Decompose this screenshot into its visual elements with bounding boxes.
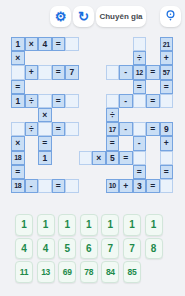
tray-tile-3-1-value-11[interactable]: 11	[15, 261, 33, 283]
cell-r11c12[interactable]	[160, 179, 174, 193]
cell-r9c6[interactable]	[79, 151, 93, 165]
tray-tile-1-3-value-1[interactable]: 1	[58, 214, 76, 236]
cell-r4c7	[92, 80, 106, 94]
cell-r1c2: ×	[25, 37, 39, 51]
cell-r1c1: 1	[11, 37, 25, 51]
cell-r10c3	[38, 165, 52, 179]
lightbulb-icon	[164, 8, 177, 26]
cell-r7c6	[79, 122, 93, 136]
cell-r6c1	[11, 108, 25, 122]
cell-r3c12: 57	[160, 65, 174, 79]
cell-r9c2	[25, 151, 39, 165]
cell-r2c7	[92, 51, 106, 65]
cell-r2c2	[25, 51, 39, 65]
cell-r11c9: +	[119, 179, 133, 193]
cell-r1c5[interactable]	[65, 37, 79, 51]
tray-row-3: 111369788485	[15, 261, 163, 283]
settings-button[interactable]: ⚙	[50, 6, 71, 27]
tray-tile-3-6-value-85[interactable]: 85	[123, 261, 141, 283]
tray-tile-3-3-value-69[interactable]: 69	[58, 261, 76, 283]
cell-r5c8[interactable]	[106, 94, 120, 108]
cell-r7c3[interactable]	[38, 122, 52, 136]
cell-r6c6	[79, 108, 93, 122]
cell-r5c6	[79, 94, 93, 108]
cell-r2c8	[106, 51, 120, 65]
cell-r3c5: 7	[65, 65, 79, 79]
gear-icon: ⚙	[55, 10, 67, 23]
cell-r8c9	[119, 136, 133, 150]
cell-r11c5[interactable]	[65, 179, 79, 193]
cell-r6c4	[52, 108, 66, 122]
cell-r2c9	[119, 51, 133, 65]
cell-r11c4: =	[52, 179, 66, 193]
cell-r11c3[interactable]	[38, 179, 52, 193]
tray-tile-1-7-value-1[interactable]: 1	[145, 214, 163, 236]
cell-r4c10: =	[133, 80, 147, 94]
cell-r8c6	[79, 136, 93, 150]
cell-r5c5[interactable]	[65, 94, 79, 108]
tray-tile-2-2-value-4[interactable]: 4	[37, 238, 55, 260]
cell-r10c4	[52, 165, 66, 179]
math-puzzle-page: ⚙ ↻ Chuyên gia 1×4=21×÷++=7-12=57===1÷=-…	[0, 0, 185, 296]
tray-tile-1-5-value-1[interactable]: 1	[101, 214, 119, 236]
cell-r2c6	[79, 51, 93, 65]
cell-r10c8	[106, 165, 120, 179]
cell-r6c2	[25, 108, 39, 122]
cell-r8c12: +	[160, 136, 174, 150]
cell-r1c8	[106, 37, 120, 51]
cell-r10c11	[146, 165, 160, 179]
cell-r3c10: 12	[133, 65, 147, 79]
cell-r4c6	[79, 80, 93, 94]
cell-r1c12: 21	[160, 37, 174, 51]
cell-r3c11: =	[146, 65, 160, 79]
cell-r3c1[interactable]	[11, 65, 25, 79]
cell-r6c12	[160, 108, 174, 122]
cell-r4c12: =	[160, 80, 174, 94]
cell-r5c11: =	[146, 94, 160, 108]
tray-tile-1-4-value-1[interactable]: 1	[80, 214, 98, 236]
cell-r7c12: 9	[160, 122, 174, 136]
cell-r2c3	[38, 51, 52, 65]
cell-r7c9: -	[119, 122, 133, 136]
cell-r5c1: 1	[11, 94, 25, 108]
cell-r4c2	[25, 80, 39, 94]
cell-r1c3: 4	[38, 37, 52, 51]
tray-tile-2-4-value-6[interactable]: 6	[80, 238, 98, 260]
tray-tile-2-3-value-5[interactable]: 5	[58, 238, 76, 260]
tray-row-1: 1111111	[15, 214, 163, 236]
cell-r7c4: =	[52, 122, 66, 136]
cell-r9c5	[65, 151, 79, 165]
cell-r11c8: 10	[106, 179, 120, 193]
cell-r8c1: ×	[11, 136, 25, 150]
cell-r1c9	[119, 37, 133, 51]
tray-tile-2-6-value-7[interactable]: 7	[123, 238, 141, 260]
cell-r4c5	[65, 80, 79, 94]
cell-r1c11	[146, 37, 160, 51]
cell-r5c4: =	[52, 94, 66, 108]
cell-r10c7	[92, 165, 106, 179]
tray-tile-2-5-value-7[interactable]: 7	[101, 238, 119, 260]
cell-r6c11	[146, 108, 160, 122]
cell-r5c2: ÷	[25, 94, 39, 108]
cell-r7c7	[92, 122, 106, 136]
cell-r3c4: =	[52, 65, 66, 79]
tray-tile-3-4-value-78[interactable]: 78	[80, 261, 98, 283]
cell-r8c4	[52, 136, 66, 150]
cell-r5c12[interactable]	[160, 94, 174, 108]
cell-r3c9: -	[119, 65, 133, 79]
cell-r3c7	[92, 65, 106, 79]
cell-r4c4	[52, 80, 66, 94]
cell-r10c9	[119, 165, 133, 179]
cell-r3c2: +	[25, 65, 39, 79]
cell-r7c5[interactable]	[65, 122, 79, 136]
tray-tile-1-2-value-1[interactable]: 1	[37, 214, 55, 236]
cell-r11c11: =	[146, 179, 160, 193]
cell-r6c9	[119, 108, 133, 122]
cell-r10c2	[25, 165, 39, 179]
cell-r3c3[interactable]	[38, 65, 52, 79]
cell-r7c1[interactable]	[11, 122, 25, 136]
cell-r4c9	[119, 80, 133, 94]
cell-r3c8[interactable]	[106, 65, 120, 79]
cell-r7c10[interactable]	[133, 122, 147, 136]
tray-tile-1-1-value-1[interactable]: 1	[15, 214, 33, 236]
cell-r4c1: =	[11, 80, 25, 94]
cell-r2c4	[52, 51, 66, 65]
cell-r7c8: 17	[106, 122, 120, 136]
difficulty-text: Chuyên gia	[99, 12, 142, 21]
cell-r8c3: =	[38, 136, 52, 150]
cell-r9c11	[146, 151, 160, 165]
cell-r7c2: ÷	[25, 122, 39, 136]
cell-r8c8: =	[106, 136, 120, 150]
number-tile-tray: 11111114456778111369788485	[15, 214, 163, 285]
tray-tile-2-1-value-4[interactable]: 4	[15, 238, 33, 260]
tray-tile-3-5-value-84[interactable]: 84	[101, 261, 119, 283]
cell-r6c3: ×	[38, 108, 52, 122]
cell-r3c6	[79, 65, 93, 79]
cell-r1c10[interactable]	[133, 37, 147, 51]
hint-button[interactable]	[160, 6, 181, 27]
restart-button[interactable]: ↻	[73, 6, 94, 27]
top-toolbar: ⚙ ↻ Chuyên gia	[0, 0, 185, 32]
cell-r2c5	[65, 51, 79, 65]
cell-r11c2: -	[25, 179, 39, 193]
cell-r5c9: -	[119, 94, 133, 108]
cell-r10c12: =	[160, 165, 174, 179]
tray-tile-2-7-value-8[interactable]: 8	[145, 238, 163, 260]
cell-r5c10[interactable]	[133, 94, 147, 108]
cell-r9c3: 1	[38, 151, 52, 165]
cell-r8c10: -	[133, 136, 147, 150]
cell-r4c8	[106, 80, 120, 94]
crossmath-grid: 1×4=21×÷++=7-12=57===1÷=-=×÷÷=17-=9×==-+…	[11, 37, 173, 193]
cell-r9c4	[52, 151, 66, 165]
cell-r1c4: =	[52, 37, 66, 51]
refresh-icon: ↻	[78, 10, 89, 23]
cell-r10c10: =	[133, 165, 147, 179]
cell-r8c5	[65, 136, 79, 150]
tray-tile-1-6-value-1[interactable]: 1	[123, 214, 141, 236]
cell-r2c1: ×	[11, 51, 25, 65]
cell-r6c10	[133, 108, 147, 122]
difficulty-label: Chuyên gia	[96, 6, 146, 27]
cell-r1c7	[92, 37, 106, 51]
cell-r11c10: 3	[133, 179, 147, 193]
cell-r11c1: 18	[11, 179, 25, 193]
cell-r2c12: +	[160, 51, 174, 65]
cell-r4c3	[38, 80, 52, 94]
cell-r1c6	[79, 37, 93, 51]
cell-r8c11	[146, 136, 160, 150]
cell-r8c7	[92, 136, 106, 150]
cell-r10c1: =	[11, 165, 25, 179]
tray-tile-3-2-value-13[interactable]: 13	[37, 261, 55, 283]
cell-r9c7: ×	[92, 151, 106, 165]
cell-r6c8: ÷	[106, 108, 120, 122]
cell-r6c7	[92, 108, 106, 122]
cell-r9c8: 5	[106, 151, 120, 165]
tray-row-2: 4456778	[15, 238, 163, 260]
cell-r11c6	[79, 179, 93, 193]
cell-r2c11	[146, 51, 160, 65]
cell-r11c7	[92, 179, 106, 193]
cell-r6c5	[65, 108, 79, 122]
cell-r4c11	[146, 80, 160, 94]
cell-r10c5	[65, 165, 79, 179]
cell-r5c7	[92, 94, 106, 108]
cell-r7c11: =	[146, 122, 160, 136]
cell-r9c12[interactable]	[160, 151, 174, 165]
cell-r10c6	[79, 165, 93, 179]
cell-r9c9: =	[119, 151, 133, 165]
cell-r9c10[interactable]	[133, 151, 147, 165]
cell-r8c2	[25, 136, 39, 150]
cell-r9c1: 18	[11, 151, 25, 165]
cell-r2c10: ÷	[133, 51, 147, 65]
cell-r5c3[interactable]	[38, 94, 52, 108]
